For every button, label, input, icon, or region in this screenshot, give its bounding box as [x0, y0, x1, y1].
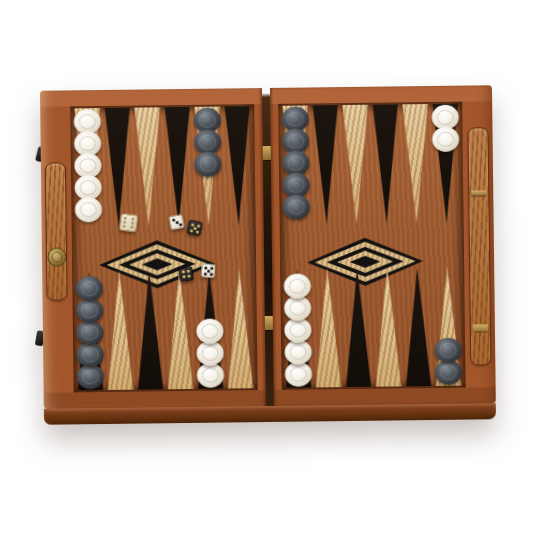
point-triangle	[310, 105, 341, 224]
checker-black[interactable]	[76, 298, 103, 323]
point-8[interactable]	[194, 268, 225, 389]
brass-medallion-icon	[47, 247, 66, 266]
black-die-upper[interactable]	[187, 220, 203, 236]
checker-stack-point-17	[194, 108, 222, 177]
open-board	[40, 85, 496, 408]
checker-stack-point-13	[74, 109, 102, 222]
checker-black[interactable]	[283, 194, 310, 219]
checker-black[interactable]	[76, 320, 103, 345]
checker-white[interactable]	[432, 127, 459, 152]
pip	[123, 224, 126, 227]
checker-white[interactable]	[75, 197, 102, 222]
pip	[204, 272, 207, 275]
checker-white[interactable]	[284, 295, 311, 320]
point-23[interactable]	[400, 104, 431, 225]
point-triangle	[222, 106, 253, 225]
point-4[interactable]	[342, 266, 373, 387]
checker-stack-point-12	[76, 276, 104, 389]
left-rail-slide-latch[interactable]	[45, 162, 68, 300]
checker-black[interactable]	[194, 152, 221, 177]
point-triangle	[162, 107, 193, 226]
left-playing-field	[70, 104, 257, 392]
point-12[interactable]	[74, 269, 105, 390]
ivory-die[interactable]	[119, 213, 138, 232]
checker-white[interactable]	[197, 341, 224, 366]
point-triangle	[104, 271, 135, 390]
point-triangle	[102, 108, 133, 227]
point-24[interactable]	[430, 104, 461, 225]
point-triangle	[134, 270, 165, 389]
hinge-icon	[265, 316, 273, 330]
point-triangle	[402, 267, 433, 386]
pip	[179, 223, 183, 227]
white-die-upper[interactable]	[168, 214, 184, 230]
backgammon-case	[40, 85, 496, 424]
checker-white[interactable]	[284, 273, 311, 298]
checker-white[interactable]	[197, 363, 224, 388]
checker-black[interactable]	[435, 338, 462, 363]
point-triangle	[312, 268, 343, 387]
checker-white[interactable]	[284, 317, 311, 342]
pip	[197, 224, 201, 228]
point-22[interactable]	[370, 104, 401, 225]
checker-white[interactable]	[285, 361, 312, 386]
brass-plate-icon	[473, 324, 488, 331]
point-10[interactable]	[134, 268, 165, 389]
point-18[interactable]	[222, 106, 253, 227]
checker-stack-point-1	[435, 338, 463, 385]
point-triangle	[164, 270, 195, 389]
checker-stack-point-19	[282, 106, 310, 219]
point-triangle	[224, 269, 255, 388]
point-triangle	[370, 104, 401, 223]
pip	[210, 267, 213, 270]
point-triangle	[372, 267, 403, 386]
checker-stack-point-8	[196, 319, 224, 388]
black-die-lower[interactable]	[178, 266, 194, 282]
point-triangle	[132, 107, 163, 226]
point-triangle	[400, 104, 431, 223]
white-die-lower[interactable]	[201, 263, 216, 278]
point-1[interactable]	[432, 265, 463, 386]
checker-black[interactable]	[76, 276, 103, 301]
quadrant-bottom-right	[282, 265, 463, 388]
point-11[interactable]	[104, 269, 135, 390]
pip	[196, 230, 200, 234]
checker-black[interactable]	[435, 360, 462, 385]
pip	[130, 225, 133, 228]
point-19[interactable]	[280, 105, 311, 226]
board-left-half	[40, 88, 266, 409]
point-20[interactable]	[310, 105, 341, 226]
checker-white[interactable]	[285, 339, 312, 364]
pip	[210, 273, 213, 276]
point-6[interactable]	[282, 266, 313, 387]
board-right-half	[270, 85, 496, 406]
checker-white[interactable]	[196, 319, 223, 344]
point-5[interactable]	[312, 266, 343, 387]
right-rail-walnut-strip	[467, 127, 491, 365]
checker-black[interactable]	[77, 364, 104, 389]
point-13[interactable]	[72, 108, 103, 229]
hinge-icon	[263, 146, 271, 160]
checker-black[interactable]	[77, 342, 104, 367]
brass-plate-icon	[471, 190, 486, 195]
point-triangle	[342, 268, 373, 387]
pip	[190, 229, 194, 233]
pip	[187, 269, 190, 272]
quadrant-top-right	[280, 104, 461, 227]
checker-stack-point-24	[432, 105, 460, 152]
point-16[interactable]	[162, 107, 193, 228]
pip	[182, 275, 185, 278]
pip	[187, 274, 190, 277]
point-9[interactable]	[164, 268, 195, 389]
point-15[interactable]	[132, 107, 163, 228]
quadrant-top-left	[72, 106, 253, 229]
point-7[interactable]	[224, 267, 255, 388]
photo-background	[0, 0, 533, 533]
quadrant-bottom-left	[74, 267, 255, 390]
pip	[182, 270, 185, 273]
checker-stack-point-6	[284, 273, 312, 386]
right-playing-field	[278, 102, 465, 390]
point-3[interactable]	[372, 265, 403, 386]
point-2[interactable]	[402, 265, 433, 386]
point-17[interactable]	[192, 107, 223, 228]
point-14[interactable]	[102, 108, 133, 229]
point-triangle	[340, 105, 371, 224]
point-21[interactable]	[340, 105, 371, 226]
